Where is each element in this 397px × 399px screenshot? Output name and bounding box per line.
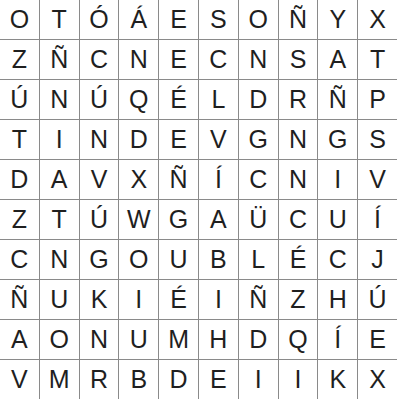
grid-cell-r2c10[interactable]: T (358, 40, 397, 79)
grid-cell-r8c10[interactable]: Ú (358, 280, 397, 319)
grid-cell-r8c7[interactable]: Ñ (239, 280, 278, 319)
grid-cell-r3c3[interactable]: Ú (80, 80, 119, 119)
grid-cell-r2c5[interactable]: E (159, 40, 198, 79)
grid-cell-r4c10[interactable]: S (358, 120, 397, 159)
grid-cell-r3c8[interactable]: R (279, 80, 318, 119)
grid-cell-r10c7[interactable]: I (239, 360, 278, 399)
grid-cell-r4c8[interactable]: N (279, 120, 318, 159)
grid-cell-r9c2[interactable]: O (40, 320, 79, 359)
grid-cell-r8c6[interactable]: I (199, 280, 238, 319)
grid-cell-r10c9[interactable]: K (318, 360, 357, 399)
grid-cell-r4c7[interactable]: G (239, 120, 278, 159)
grid-cell-r3c7[interactable]: D (239, 80, 278, 119)
grid-cell-r1c9[interactable]: Y (318, 0, 357, 39)
grid-cell-r4c3[interactable]: N (80, 120, 119, 159)
grid-cell-r1c10[interactable]: X (358, 0, 397, 39)
grid-cell-r9c5[interactable]: M (159, 320, 198, 359)
grid-cell-r1c6[interactable]: S (199, 0, 238, 39)
grid-cell-r2c7[interactable]: N (239, 40, 278, 79)
grid-cell-r7c2[interactable]: N (40, 240, 79, 279)
grid-cell-r6c3[interactable]: Ú (80, 200, 119, 239)
grid-cell-r4c5[interactable]: E (159, 120, 198, 159)
grid-cell-r8c3[interactable]: K (80, 280, 119, 319)
grid-cell-r4c1[interactable]: T (0, 120, 39, 159)
grid-cell-r2c9[interactable]: A (318, 40, 357, 79)
grid-cell-r4c6[interactable]: V (199, 120, 238, 159)
word-search-grid: OTÓÁESOÑYXZÑCNECNSATÚNÚQÉLDRÑPTINDEVGNGS… (0, 0, 397, 399)
grid-cell-r8c4[interactable]: I (119, 280, 158, 319)
grid-cell-r3c10[interactable]: P (358, 80, 397, 119)
grid-cell-r2c6[interactable]: C (199, 40, 238, 79)
grid-cell-r9c10[interactable]: E (358, 320, 397, 359)
grid-cell-r5c6[interactable]: Í (199, 160, 238, 199)
grid-cell-r5c1[interactable]: D (0, 160, 39, 199)
grid-cell-r7c9[interactable]: C (318, 240, 357, 279)
grid-cell-r6c2[interactable]: T (40, 200, 79, 239)
grid-cell-r8c8[interactable]: Z (279, 280, 318, 319)
grid-cell-r1c3[interactable]: Ó (80, 0, 119, 39)
grid-cell-r8c2[interactable]: U (40, 280, 79, 319)
grid-cell-r9c6[interactable]: H (199, 320, 238, 359)
grid-cell-r7c1[interactable]: C (0, 240, 39, 279)
grid-cell-r8c9[interactable]: H (318, 280, 357, 319)
grid-cell-r10c3[interactable]: R (80, 360, 119, 399)
grid-cell-r3c9[interactable]: Ñ (318, 80, 357, 119)
grid-cell-r9c3[interactable]: N (80, 320, 119, 359)
grid-cell-r8c1[interactable]: Ñ (0, 280, 39, 319)
grid-cell-r2c4[interactable]: N (119, 40, 158, 79)
grid-cell-r3c2[interactable]: N (40, 80, 79, 119)
grid-cell-r10c8[interactable]: I (279, 360, 318, 399)
grid-cell-r10c2[interactable]: M (40, 360, 79, 399)
grid-cell-r5c5[interactable]: Ñ (159, 160, 198, 199)
grid-cell-r1c8[interactable]: Ñ (279, 0, 318, 39)
grid-cell-r5c7[interactable]: C (239, 160, 278, 199)
grid-cell-r3c4[interactable]: Q (119, 80, 158, 119)
grid-cell-r5c8[interactable]: N (279, 160, 318, 199)
grid-cell-r6c7[interactable]: Ü (239, 200, 278, 239)
grid-cell-r3c5[interactable]: É (159, 80, 198, 119)
grid-cell-r4c2[interactable]: I (40, 120, 79, 159)
grid-cell-r9c7[interactable]: D (239, 320, 278, 359)
grid-cell-r3c6[interactable]: L (199, 80, 238, 119)
grid-cell-r10c5[interactable]: D (159, 360, 198, 399)
grid-cell-r7c8[interactable]: É (279, 240, 318, 279)
grid-cell-r6c10[interactable]: Í (358, 200, 397, 239)
grid-cell-r1c2[interactable]: T (40, 0, 79, 39)
grid-cell-r1c1[interactable]: O (0, 0, 39, 39)
grid-cell-r6c9[interactable]: U (318, 200, 357, 239)
grid-cell-r9c9[interactable]: Í (318, 320, 357, 359)
grid-cell-r6c1[interactable]: Z (0, 200, 39, 239)
grid-cell-r2c1[interactable]: Z (0, 40, 39, 79)
grid-cell-r8c5[interactable]: É (159, 280, 198, 319)
grid-cell-r6c4[interactable]: W (119, 200, 158, 239)
grid-cell-r7c4[interactable]: O (119, 240, 158, 279)
grid-cell-r6c6[interactable]: A (199, 200, 238, 239)
grid-cell-r5c9[interactable]: I (318, 160, 357, 199)
grid-cell-r10c1[interactable]: V (0, 360, 39, 399)
grid-cell-r6c5[interactable]: G (159, 200, 198, 239)
grid-cell-r1c7[interactable]: O (239, 0, 278, 39)
grid-cell-r9c8[interactable]: Q (279, 320, 318, 359)
grid-cell-r6c8[interactable]: C (279, 200, 318, 239)
grid-cell-r2c2[interactable]: Ñ (40, 40, 79, 79)
grid-cell-r10c4[interactable]: B (119, 360, 158, 399)
grid-cell-r10c10[interactable]: X (358, 360, 397, 399)
grid-cell-r1c4[interactable]: Á (119, 0, 158, 39)
grid-cell-r3c1[interactable]: Ú (0, 80, 39, 119)
grid-cell-r9c4[interactable]: U (119, 320, 158, 359)
grid-cell-r2c8[interactable]: S (279, 40, 318, 79)
grid-cell-r5c4[interactable]: X (119, 160, 158, 199)
grid-cell-r7c6[interactable]: B (199, 240, 238, 279)
grid-cell-r5c3[interactable]: V (80, 160, 119, 199)
grid-cell-r7c5[interactable]: U (159, 240, 198, 279)
grid-cell-r2c3[interactable]: C (80, 40, 119, 79)
grid-cell-r5c2[interactable]: A (40, 160, 79, 199)
grid-cell-r9c1[interactable]: A (0, 320, 39, 359)
grid-cell-r4c4[interactable]: D (119, 120, 158, 159)
grid-cell-r5c10[interactable]: V (358, 160, 397, 199)
grid-cell-r7c10[interactable]: J (358, 240, 397, 279)
grid-cell-r7c3[interactable]: G (80, 240, 119, 279)
grid-cell-r1c5[interactable]: E (159, 0, 198, 39)
grid-cell-r10c6[interactable]: E (199, 360, 238, 399)
grid-cell-r4c9[interactable]: G (318, 120, 357, 159)
grid-cell-r7c7[interactable]: L (239, 240, 278, 279)
